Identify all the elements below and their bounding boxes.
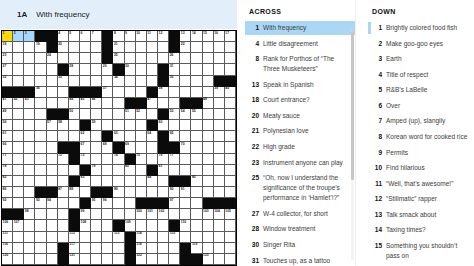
grid-cell[interactable] (203, 232, 214, 243)
grid-cell[interactable]: 104 (214, 209, 225, 220)
grid-cell[interactable]: 40 (225, 87, 236, 98)
grid-cell[interactable] (158, 176, 169, 187)
grid-cell[interactable]: 51 (125, 109, 136, 120)
grid-cell[interactable]: 4 (58, 31, 69, 42)
grid-cell[interactable]: 90 (169, 187, 180, 198)
grid-cell[interactable] (225, 64, 236, 75)
grid-cell[interactable]: 114 (136, 232, 147, 243)
clue-item[interactable]: 5R&B’s LaBelle (368, 83, 474, 97)
grid-cell[interactable] (169, 243, 180, 254)
grid-cell[interactable] (158, 243, 169, 254)
grid-cell[interactable] (24, 76, 35, 87)
grid-cell[interactable]: 66 (2, 142, 13, 153)
grid-cell[interactable] (169, 254, 180, 265)
grid-cell[interactable] (58, 165, 69, 176)
grid-cell[interactable] (113, 243, 124, 254)
grid-cell[interactable] (13, 176, 24, 187)
grid-cell[interactable] (147, 76, 158, 87)
grid-cell[interactable] (47, 220, 58, 231)
clue-item[interactable]: 6Over (368, 99, 474, 113)
clue-item[interactable]: 31Touches up, as a tattoo (245, 254, 355, 266)
grid-cell[interactable] (203, 87, 214, 98)
grid-cell[interactable] (35, 98, 46, 109)
grid-cell[interactable] (80, 232, 91, 243)
grid-cell[interactable] (225, 232, 236, 243)
grid-cell[interactable] (35, 53, 46, 64)
grid-cell[interactable] (214, 220, 225, 231)
grid-cell[interactable] (47, 176, 58, 187)
clue-item[interactable]: 1With frequency (245, 21, 355, 35)
grid-cell[interactable] (102, 209, 113, 220)
grid-cell[interactable]: 105 (225, 209, 236, 220)
grid-cell[interactable] (191, 76, 202, 87)
grid-cell[interactable]: 59 (91, 120, 102, 131)
grid-cell[interactable]: 43 (24, 98, 35, 109)
grid-cell[interactable]: 35 (169, 76, 180, 87)
grid-cell[interactable] (80, 187, 91, 198)
grid-cell[interactable]: 39 (214, 87, 225, 98)
grid-cell[interactable] (35, 109, 46, 120)
grid-cell[interactable]: 89 (113, 187, 124, 198)
grid-cell[interactable] (225, 142, 236, 153)
grid-cell[interactable] (13, 131, 24, 142)
grid-cell[interactable] (203, 176, 214, 187)
grid-cell[interactable] (203, 42, 214, 53)
grid-cell[interactable] (47, 254, 58, 265)
grid-cell[interactable] (125, 131, 136, 142)
grid-cell[interactable] (91, 109, 102, 120)
grid-cell[interactable] (214, 120, 225, 131)
grid-cell[interactable] (191, 42, 202, 53)
grid-cell[interactable] (91, 131, 102, 142)
grid-cell[interactable] (158, 220, 169, 231)
grid-cell[interactable] (214, 165, 225, 176)
grid-cell[interactable] (102, 220, 113, 231)
grid-cell[interactable] (214, 131, 225, 142)
grid-cell[interactable] (136, 120, 147, 131)
grid-cell[interactable] (113, 109, 124, 120)
grid-cell[interactable] (203, 154, 214, 165)
grid-cell[interactable] (191, 131, 202, 142)
grid-cell[interactable]: 48 (203, 98, 214, 109)
clue-item[interactable]: 12“Stillmatic” rapper (368, 192, 474, 206)
grid-cell[interactable]: 120 (2, 254, 13, 265)
grid-cell[interactable]: 84 (147, 176, 158, 187)
grid-cell[interactable] (91, 53, 102, 64)
grid-cell[interactable] (136, 142, 147, 153)
grid-cell[interactable] (91, 220, 102, 231)
grid-cell[interactable] (35, 232, 46, 243)
grid-cell[interactable]: 86 (2, 187, 13, 198)
grid-cell[interactable] (191, 232, 202, 243)
grid-cell[interactable]: 79 (91, 165, 102, 176)
grid-cell[interactable] (225, 176, 236, 187)
grid-cell[interactable]: 118 (136, 243, 147, 254)
grid-cell[interactable] (13, 243, 24, 254)
grid-cell[interactable] (203, 64, 214, 75)
grid-cell[interactable]: 68 (102, 142, 113, 153)
grid-cell[interactable] (136, 87, 147, 98)
grid-cell[interactable]: 122 (136, 254, 147, 265)
grid-cell[interactable] (180, 87, 191, 98)
grid-cell[interactable] (113, 98, 124, 109)
grid-cell[interactable]: 31 (169, 64, 180, 75)
grid-cell[interactable] (158, 42, 169, 53)
grid-cell[interactable] (225, 42, 236, 53)
grid-cell[interactable] (225, 154, 236, 165)
grid-cell[interactable] (47, 142, 58, 153)
grid-cell[interactable] (69, 165, 80, 176)
grid-cell[interactable] (136, 64, 147, 75)
grid-cell[interactable]: 75 (136, 154, 147, 165)
grid-cell[interactable] (35, 220, 46, 231)
grid-cell[interactable] (225, 120, 236, 131)
grid-cell[interactable] (47, 131, 58, 142)
grid-cell[interactable] (191, 142, 202, 153)
grid-cell[interactable] (80, 109, 91, 120)
grid-cell[interactable] (113, 87, 124, 98)
grid-cell[interactable] (24, 220, 35, 231)
grid-cell[interactable] (102, 120, 113, 131)
grid-cell[interactable]: 110 (180, 220, 191, 231)
grid-cell[interactable] (91, 176, 102, 187)
grid-cell[interactable] (203, 165, 214, 176)
grid-cell[interactable] (180, 198, 191, 209)
grid-cell[interactable] (225, 243, 236, 254)
grid-cell[interactable] (125, 42, 136, 53)
grid-cell[interactable]: 17 (225, 31, 236, 42)
grid-cell[interactable] (169, 120, 180, 131)
grid-cell[interactable] (125, 76, 136, 87)
clue-item[interactable]: 7Amped (up), slangily (368, 114, 474, 128)
grid-cell[interactable] (35, 64, 46, 75)
grid-cell[interactable]: 53 (169, 109, 180, 120)
grid-cell[interactable] (102, 232, 113, 243)
grid-cell[interactable] (125, 176, 136, 187)
grid-cell[interactable] (24, 165, 35, 176)
grid-cell[interactable] (58, 87, 69, 98)
grid-cell[interactable] (147, 42, 158, 53)
grid-cell[interactable]: 97 (169, 198, 180, 209)
grid-cell[interactable] (214, 187, 225, 198)
grid-cell[interactable] (91, 232, 102, 243)
grid-cell[interactable]: 54 (180, 109, 191, 120)
grid-cell[interactable] (191, 198, 202, 209)
grid-cell[interactable]: 41 (2, 98, 13, 109)
grid-cell[interactable]: 73 (80, 154, 91, 165)
grid-cell[interactable] (35, 254, 46, 265)
grid-cell[interactable]: 50 (69, 109, 80, 120)
clue-item[interactable]: 18Court entrance? (245, 93, 355, 107)
grid-cell[interactable] (147, 220, 158, 231)
grid-cell[interactable] (24, 243, 35, 254)
grid-cell[interactable] (13, 154, 24, 165)
grid-cell[interactable]: 25 (113, 53, 124, 64)
grid-cell[interactable] (214, 154, 225, 165)
grid-cell[interactable] (24, 254, 35, 265)
grid-cell[interactable] (58, 176, 69, 187)
clue-item[interactable]: 8Korean word for cooked rice (368, 130, 474, 144)
grid-cell[interactable] (102, 243, 113, 254)
grid-cell[interactable] (136, 220, 147, 231)
grid-cell[interactable] (180, 120, 191, 131)
grid-cell[interactable]: 2 (13, 31, 24, 42)
grid-cell[interactable] (24, 120, 35, 131)
grid-cell[interactable] (136, 187, 147, 198)
grid-cell[interactable] (169, 98, 180, 109)
grid-cell[interactable] (203, 76, 214, 87)
grid-cell[interactable] (203, 53, 214, 64)
grid-cell[interactable] (113, 198, 124, 209)
grid-cell[interactable]: 6 (80, 31, 91, 42)
grid-cell[interactable] (180, 209, 191, 220)
grid-cell[interactable] (113, 209, 124, 220)
grid-cell[interactable]: 33 (58, 76, 69, 87)
grid-cell[interactable] (125, 187, 136, 198)
grid-cell[interactable]: 30 (125, 64, 136, 75)
grid-cell[interactable]: 49 (2, 109, 13, 120)
grid-cell[interactable] (35, 209, 46, 220)
grid-cell[interactable]: 58 (58, 120, 69, 131)
grid-cell[interactable]: 107 (13, 220, 24, 231)
grid-cell[interactable] (147, 53, 158, 64)
grid-cell[interactable] (35, 76, 46, 87)
grid-cell[interactable] (191, 154, 202, 165)
grid-cell[interactable] (147, 142, 158, 153)
grid-cell[interactable]: 99 (80, 209, 91, 220)
clue-item[interactable]: 25“Oh, now I understand the significance… (245, 171, 355, 205)
grid-cell[interactable]: 88 (69, 187, 80, 198)
grid-cell[interactable] (91, 243, 102, 254)
grid-cell[interactable] (214, 232, 225, 243)
grid-cell[interactable]: 56 (2, 120, 13, 131)
grid-cell[interactable] (191, 209, 202, 220)
grid-cell[interactable] (125, 209, 136, 220)
grid-cell[interactable] (203, 220, 214, 231)
grid-cell[interactable]: 37 (102, 87, 113, 98)
grid-cell[interactable] (35, 165, 46, 176)
grid-cell[interactable]: 67 (80, 142, 91, 153)
grid-cell[interactable]: 21 (113, 42, 124, 53)
grid-cell[interactable]: 102 (158, 209, 169, 220)
grid-cell[interactable] (113, 254, 124, 265)
grid-cell[interactable] (80, 64, 91, 75)
grid-cell[interactable]: 92 (2, 198, 13, 209)
grid-cell[interactable] (136, 76, 147, 87)
grid-cell[interactable] (136, 165, 147, 176)
clue-item[interactable]: 20Meaty sauce (245, 109, 355, 123)
grid-cell[interactable]: 112 (69, 232, 80, 243)
grid-cell[interactable] (147, 232, 158, 243)
grid-cell[interactable] (24, 42, 35, 53)
grid-cell[interactable] (58, 131, 69, 142)
grid-cell[interactable]: 23 (2, 53, 13, 64)
grid-cell[interactable] (69, 131, 80, 142)
grid-cell[interactable]: 96 (102, 198, 113, 209)
grid-cell[interactable]: 62 (80, 131, 91, 142)
grid-cell[interactable] (69, 76, 80, 87)
grid-cell[interactable]: 113 (113, 232, 124, 243)
grid-cell[interactable] (158, 187, 169, 198)
grid-cell[interactable] (47, 243, 58, 254)
grid-cell[interactable]: 87 (58, 187, 69, 198)
grid-cell[interactable] (203, 243, 214, 254)
grid-cell[interactable]: 63 (113, 131, 124, 142)
grid-cell[interactable]: 55 (191, 109, 202, 120)
grid-cell[interactable]: 106 (2, 220, 13, 231)
grid-cell[interactable] (13, 254, 24, 265)
grid-cell[interactable] (91, 209, 102, 220)
grid-cell[interactable]: 15 (203, 31, 214, 42)
grid-cell[interactable]: 45 (80, 98, 91, 109)
grid-cell[interactable]: 28 (69, 64, 80, 75)
grid-cell[interactable]: 94 (47, 198, 58, 209)
grid-cell[interactable] (69, 53, 80, 64)
grid-cell[interactable] (225, 98, 236, 109)
grid-cell[interactable] (47, 165, 58, 176)
grid-cell[interactable] (225, 220, 236, 231)
grid-cell[interactable]: 10 (136, 31, 147, 42)
grid-cell[interactable] (169, 165, 180, 176)
clue-item[interactable]: 14Taxing times? (368, 223, 474, 237)
grid-cell[interactable] (102, 165, 113, 176)
grid-cell[interactable] (47, 154, 58, 165)
grid-cell[interactable] (91, 142, 102, 153)
grid-cell[interactable] (13, 232, 24, 243)
grid-cell[interactable] (147, 187, 158, 198)
grid-cell[interactable] (136, 176, 147, 187)
grid-cell[interactable] (13, 187, 24, 198)
grid-cell[interactable]: 78 (2, 165, 13, 176)
grid-cell[interactable] (214, 98, 225, 109)
grid-cell[interactable] (214, 176, 225, 187)
clue-item[interactable]: 28Window treatment (245, 222, 355, 236)
grid-cell[interactable] (35, 131, 46, 142)
grid-cell[interactable] (13, 109, 24, 120)
clue-item[interactable]: 1Brightly colored food fish (368, 21, 474, 35)
grid-cell[interactable] (125, 198, 136, 209)
grid-cell[interactable] (58, 198, 69, 209)
grid-cell[interactable] (13, 64, 24, 75)
grid-cell[interactable]: 27 (2, 64, 13, 75)
grid-cell[interactable] (35, 154, 46, 165)
grid-cell[interactable] (13, 142, 24, 153)
grid-cell[interactable]: 65 (169, 131, 180, 142)
grid-cell[interactable] (35, 120, 46, 131)
grid-cell[interactable]: 11 (147, 31, 158, 42)
grid-cell[interactable]: 32 (2, 76, 13, 87)
grid-cell[interactable] (158, 53, 169, 64)
grid-cell[interactable] (214, 109, 225, 120)
grid-cell[interactable]: 29 (102, 64, 113, 75)
clue-item[interactable]: 30Singer Rita (245, 238, 355, 252)
grid-cell[interactable] (80, 42, 91, 53)
grid-cell[interactable]: 109 (125, 220, 136, 231)
grid-cell[interactable] (58, 220, 69, 231)
grid-cell[interactable]: 64 (147, 131, 158, 142)
grid-cell[interactable] (24, 109, 35, 120)
grid-cell[interactable] (225, 165, 236, 176)
grid-cell[interactable] (58, 232, 69, 243)
grid-cell[interactable] (191, 87, 202, 98)
grid-cell[interactable] (214, 64, 225, 75)
clue-item[interactable]: 4Title of respect (368, 68, 474, 82)
grid-cell[interactable]: 20 (58, 42, 69, 53)
grid-cell[interactable]: 116 (2, 243, 13, 254)
grid-cell[interactable]: 26 (169, 53, 180, 64)
grid-cell[interactable]: 47 (147, 98, 158, 109)
grid-cell[interactable] (225, 254, 236, 265)
grid-cell[interactable] (91, 76, 102, 87)
grid-cell[interactable] (58, 98, 69, 109)
grid-cell[interactable]: 24 (47, 53, 58, 64)
clue-item[interactable]: 23Instrument anyone can play (245, 156, 355, 170)
grid-cell[interactable]: 100 (136, 209, 147, 220)
grid-cell[interactable]: 72 (58, 154, 69, 165)
grid-cell[interactable]: 18 (2, 42, 13, 53)
grid-cell[interactable]: 22 (180, 42, 191, 53)
grid-cell[interactable] (214, 243, 225, 254)
grid-cell[interactable]: 14 (191, 31, 202, 42)
grid-cell[interactable] (24, 154, 35, 165)
grid-cell[interactable] (35, 176, 46, 187)
grid-cell[interactable]: 119 (191, 243, 202, 254)
across-scrollbar[interactable] (351, 30, 354, 260)
grid-cell[interactable]: 42 (13, 98, 24, 109)
grid-cell[interactable] (24, 131, 35, 142)
clue-item[interactable]: 9Permits (368, 146, 474, 160)
grid-cell[interactable] (91, 154, 102, 165)
grid-cell[interactable] (191, 120, 202, 131)
grid-cell[interactable]: 95 (91, 198, 102, 209)
grid-cell[interactable] (113, 120, 124, 131)
grid-cell[interactable] (91, 64, 102, 75)
grid-cell[interactable] (91, 254, 102, 265)
grid-cell[interactable] (47, 64, 58, 75)
grid-cell[interactable] (24, 53, 35, 64)
grid-cell[interactable]: 91 (180, 187, 191, 198)
grid-cell[interactable] (13, 53, 24, 64)
grid-cell[interactable] (24, 198, 35, 209)
grid-cell[interactable] (91, 42, 102, 53)
grid-cell[interactable]: 93 (35, 198, 46, 209)
grid-cell[interactable]: 83 (80, 176, 91, 187)
grid-cell[interactable]: 71 (2, 154, 13, 165)
grid-cell[interactable] (203, 131, 214, 142)
grid-cell[interactable]: 103 (203, 209, 214, 220)
grid-cell[interactable]: 123 (203, 254, 214, 265)
grid-cell[interactable]: 115 (169, 232, 180, 243)
grid-cell[interactable]: 85 (191, 176, 202, 187)
grid-cell[interactable] (47, 76, 58, 87)
grid-cell[interactable] (24, 232, 35, 243)
grid-cell[interactable]: 9 (125, 31, 136, 42)
grid-cell[interactable]: 5 (69, 31, 80, 42)
grid-cell[interactable]: 60 (158, 120, 169, 131)
grid-cell[interactable]: 101 (147, 209, 158, 220)
grid-cell[interactable] (24, 187, 35, 198)
grid-cell[interactable] (47, 232, 58, 243)
grid-cell[interactable] (191, 187, 202, 198)
grid-cell[interactable]: 8 (113, 31, 124, 42)
grid-cell[interactable]: 121 (69, 254, 80, 265)
grid-cell[interactable] (147, 64, 158, 75)
grid-cell[interactable] (191, 220, 202, 231)
grid-cell[interactable]: 3 (24, 31, 35, 42)
grid-cell[interactable] (203, 142, 214, 153)
grid-cell[interactable]: 81 (158, 165, 169, 176)
grid-cell[interactable]: 7 (91, 31, 102, 42)
